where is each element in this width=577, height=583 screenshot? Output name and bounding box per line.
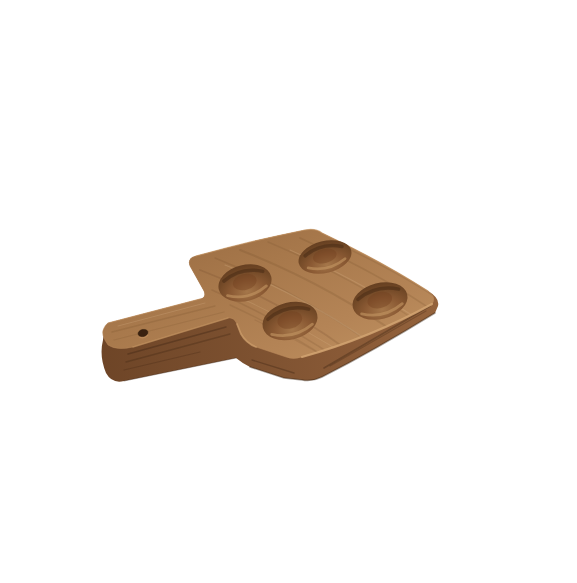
photo-canvas: Mancala-style 4-pit wooden board (paddle… <box>0 0 577 583</box>
board-photo-figure: Mancala-style 4-pit wooden board (paddle… <box>0 0 577 583</box>
board-photo <box>0 0 577 583</box>
wooden-board <box>102 229 439 381</box>
